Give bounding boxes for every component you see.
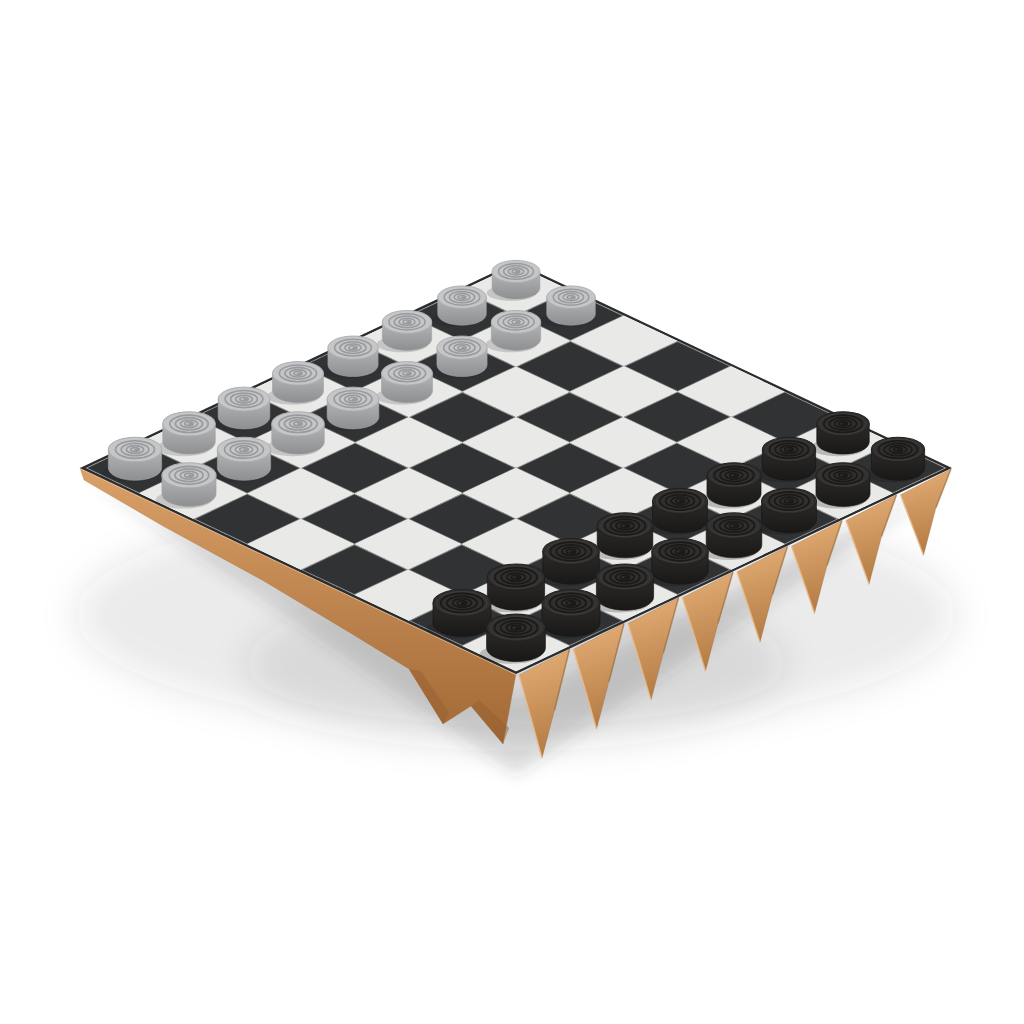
checker-piece-grey[interactable] — [485, 256, 548, 308]
checker-piece-black[interactable] — [478, 610, 555, 673]
checker-piece-grey[interactable] — [154, 458, 225, 516]
checkers-scene — [0, 0, 1024, 1024]
